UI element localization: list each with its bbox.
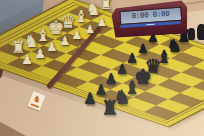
background-piece xyxy=(188,28,195,40)
chess-clock: 0:00 0:00 xyxy=(111,0,189,39)
chess-piece-black-pawn-c7: ♟ xyxy=(138,43,149,55)
chess-piece-white-pawn-f2: ♟ xyxy=(47,41,58,53)
chess-piece-white-pawn-b2: ♟ xyxy=(97,17,107,28)
chess-piece-white-pawn-g2: ♟ xyxy=(34,47,46,60)
chess-piece-white-pawn-h2: ♟ xyxy=(21,53,33,66)
chess-piece-black-pawn-e7: ♟ xyxy=(116,63,128,76)
chess-piece-white-pawn-d2: ♟ xyxy=(72,29,83,41)
chess-piece-black-pawn-h7: ♟ xyxy=(83,92,96,107)
background-piece xyxy=(197,24,204,40)
chess-piece-white-pawn-c2: ♟ xyxy=(85,24,95,35)
table-corner-shadow xyxy=(0,114,26,136)
brand-sticker: ♞ xyxy=(28,91,46,111)
chess-piece-black-rook-h8: ♜ xyxy=(101,98,119,118)
chess-piece-white-pawn-e2: ♟ xyxy=(60,35,71,47)
chess-photo-scene: ♞ ♜♞♟♝♟♛♟♟♚♟♟♝♜♟♞♟♞♟♜♟♟♝♟♛♟♟♚♝♟♞♟♜ 0:00 … xyxy=(0,0,204,136)
